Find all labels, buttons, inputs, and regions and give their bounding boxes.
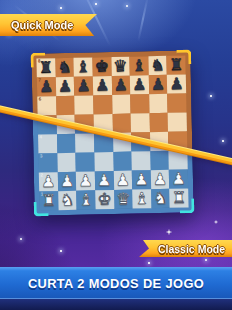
- square-d2[interactable]: ♟: [95, 171, 114, 190]
- square-e1[interactable]: ♛: [114, 190, 133, 209]
- square-a2[interactable]: 2♟: [39, 172, 58, 191]
- square-g8[interactable]: ♞: [148, 56, 167, 75]
- piece-white-queen[interactable]: ♛: [116, 191, 131, 207]
- square-d7[interactable]: ♟: [93, 76, 112, 95]
- piece-white-pawn[interactable]: ♟: [115, 172, 130, 188]
- rank-label: 4: [40, 135, 43, 140]
- piece-white-pawn[interactable]: ♟: [78, 172, 93, 188]
- piece-white-king[interactable]: ♚: [97, 191, 112, 207]
- bottom-strip: [0, 299, 232, 310]
- square-f2[interactable]: ♟: [132, 170, 151, 189]
- caption-text: CURTA 2 MODOS DE JOGO: [28, 276, 204, 291]
- sparkle: [148, 262, 150, 264]
- square-b2[interactable]: ♟: [57, 172, 76, 191]
- sparkle: [95, 3, 97, 5]
- sparkle: [210, 95, 212, 97]
- square-b3[interactable]: [57, 153, 76, 172]
- piece-black-queen[interactable]: ♛: [113, 58, 128, 74]
- square-f8[interactable]: ♝: [130, 56, 149, 75]
- square-g3[interactable]: [150, 151, 169, 170]
- piece-white-rook[interactable]: ♜: [41, 192, 56, 208]
- square-d6[interactable]: [93, 95, 112, 114]
- piece-black-knight[interactable]: ♞: [150, 57, 165, 73]
- piece-black-rook[interactable]: ♜: [169, 57, 184, 73]
- square-a1[interactable]: 1♜: [39, 191, 58, 210]
- piece-black-pawn[interactable]: ♟: [39, 78, 54, 94]
- piece-white-pawn[interactable]: ♟: [41, 173, 56, 189]
- piece-black-rook[interactable]: ♜: [39, 59, 54, 75]
- square-f1[interactable]: ♝: [132, 189, 151, 208]
- square-b7[interactable]: ♟: [55, 77, 74, 96]
- app-screenshot: 8♜♞♝♚♛♝♞♜7♟♟♟♟♟♟♟♟65432♟♟♟♟♟♟♟♟1♜♞♝♚♛♝♞♜…: [0, 0, 232, 310]
- piece-white-pawn[interactable]: ♟: [97, 172, 112, 188]
- square-b6[interactable]: [56, 96, 75, 115]
- piece-white-pawn[interactable]: ♟: [153, 171, 168, 187]
- rank-label: 3: [40, 154, 43, 159]
- piece-white-knight[interactable]: ♞: [153, 190, 168, 206]
- piece-black-bishop[interactable]: ♝: [76, 58, 91, 74]
- light-ray: [137, 0, 149, 42]
- sparkle: [60, 250, 62, 252]
- square-g1[interactable]: ♞: [151, 189, 170, 208]
- piece-black-pawn[interactable]: ♟: [132, 76, 147, 92]
- piece-black-pawn[interactable]: ♟: [58, 78, 73, 94]
- sparkle: [60, 7, 62, 9]
- piece-white-rook[interactable]: ♜: [172, 189, 187, 205]
- square-c3[interactable]: [76, 152, 95, 171]
- piece-black-pawn[interactable]: ♟: [151, 76, 166, 92]
- square-c8[interactable]: ♝: [74, 57, 93, 76]
- square-d3[interactable]: [94, 152, 113, 171]
- piece-white-bishop[interactable]: ♝: [134, 190, 149, 206]
- square-e6[interactable]: [112, 95, 131, 114]
- square-h8[interactable]: ♜: [167, 55, 186, 74]
- piece-black-pawn[interactable]: ♟: [76, 77, 91, 93]
- square-h5[interactable]: [168, 112, 187, 131]
- square-f6[interactable]: [130, 94, 149, 113]
- square-c6[interactable]: [74, 95, 93, 114]
- sparkle: [126, 5, 128, 7]
- square-e2[interactable]: ♟: [113, 171, 132, 190]
- caption-bar: CURTA 2 MODOS DE JOGO: [0, 267, 232, 299]
- sparkle: [222, 140, 224, 142]
- piece-white-pawn[interactable]: ♟: [60, 173, 75, 189]
- classic-mode-banner[interactable]: Classic Mode: [139, 240, 232, 257]
- square-f5[interactable]: [131, 113, 150, 132]
- piece-black-knight[interactable]: ♞: [57, 59, 72, 75]
- quick-mode-banner[interactable]: Quick Mode: [0, 14, 97, 36]
- square-a7[interactable]: 7♟: [37, 77, 56, 96]
- sparkle: [20, 238, 22, 240]
- square-a8[interactable]: 8♜: [36, 58, 55, 77]
- piece-black-king[interactable]: ♚: [94, 58, 109, 74]
- square-f3[interactable]: [132, 151, 151, 170]
- square-e7[interactable]: ♟: [111, 76, 130, 95]
- square-g6[interactable]: [149, 94, 168, 113]
- square-a4[interactable]: 4: [38, 134, 57, 153]
- piece-white-bishop[interactable]: ♝: [79, 191, 94, 207]
- square-c2[interactable]: ♟: [76, 171, 95, 190]
- square-h6[interactable]: [168, 93, 187, 112]
- square-e3[interactable]: [113, 152, 132, 171]
- square-e8[interactable]: ♛: [111, 57, 130, 76]
- piece-black-pawn[interactable]: ♟: [95, 77, 110, 93]
- square-c4[interactable]: [75, 133, 94, 152]
- square-h1[interactable]: ♜: [170, 188, 189, 207]
- square-b4[interactable]: [57, 134, 76, 153]
- square-a3[interactable]: 3: [38, 153, 57, 172]
- square-a6[interactable]: 6: [37, 96, 56, 115]
- square-f7[interactable]: ♟: [130, 75, 149, 94]
- square-h2[interactable]: ♟: [169, 169, 188, 188]
- rank-label: 6: [39, 97, 42, 102]
- square-d1[interactable]: ♚: [95, 190, 114, 209]
- square-g2[interactable]: ♟: [151, 170, 170, 189]
- piece-black-pawn[interactable]: ♟: [113, 77, 128, 93]
- square-g5[interactable]: [149, 113, 168, 132]
- square-g7[interactable]: ♟: [149, 75, 168, 94]
- square-c7[interactable]: ♟: [74, 76, 93, 95]
- sparkle-star: [166, 229, 172, 235]
- piece-white-pawn[interactable]: ♟: [171, 170, 186, 186]
- classic-mode-label: Classic Mode: [158, 243, 225, 255]
- sparkle-star: [214, 220, 218, 224]
- square-d8[interactable]: ♚: [92, 57, 111, 76]
- square-h7[interactable]: ♟: [167, 74, 186, 93]
- sparkle: [205, 259, 207, 261]
- square-b1[interactable]: ♞: [58, 191, 77, 210]
- piece-white-pawn[interactable]: ♟: [134, 171, 149, 187]
- quick-mode-label: Quick Mode: [11, 19, 73, 31]
- square-e5[interactable]: [112, 114, 131, 133]
- piece-white-knight[interactable]: ♞: [60, 192, 75, 208]
- piece-black-pawn[interactable]: ♟: [169, 75, 184, 91]
- square-b8[interactable]: ♞: [55, 58, 74, 77]
- square-c1[interactable]: ♝: [76, 190, 95, 209]
- piece-black-bishop[interactable]: ♝: [132, 57, 147, 73]
